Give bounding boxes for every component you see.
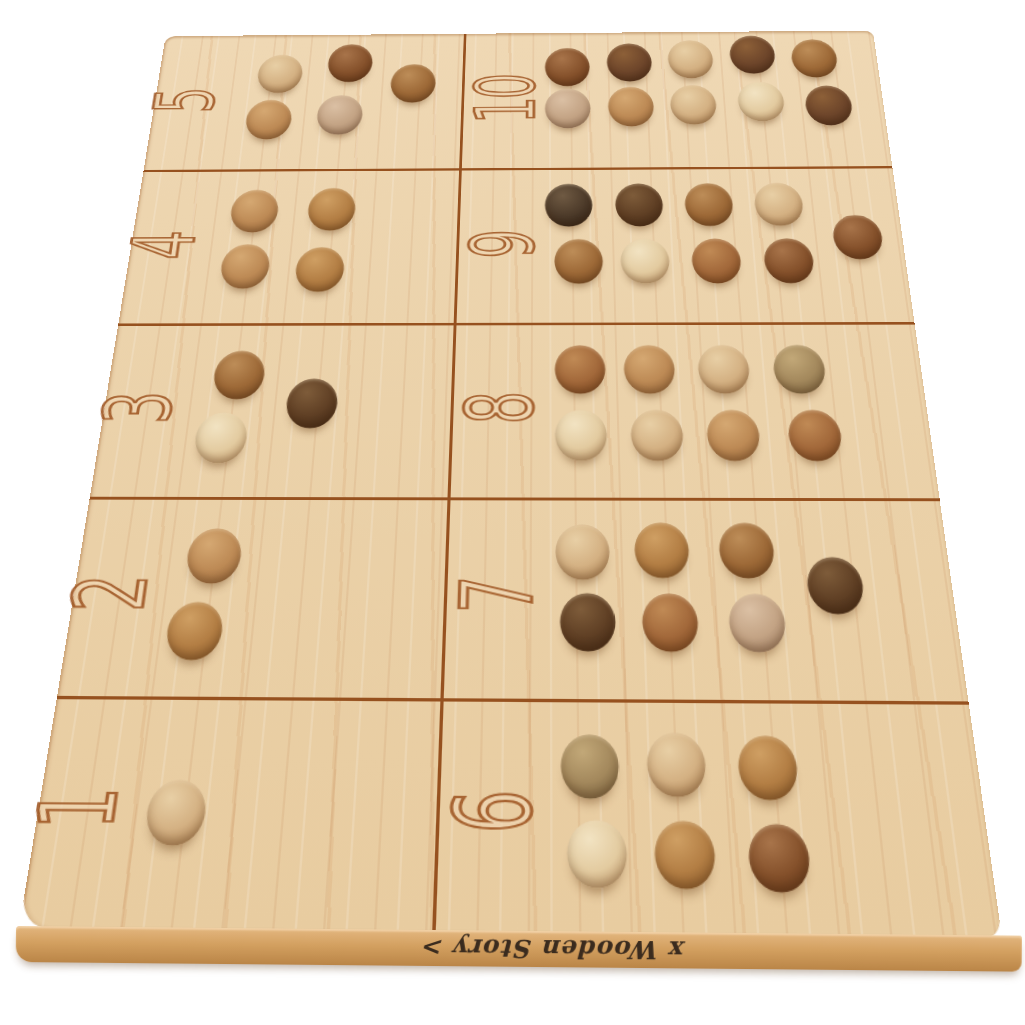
engraved-number-10: 10 (457, 75, 552, 124)
wooden-ball-taupe[interactable] (727, 594, 787, 653)
cell-3[interactable]: 3 (89, 325, 453, 500)
wooden-ball-darkbrown[interactable] (803, 85, 854, 125)
wooden-ball-lighttan[interactable] (670, 85, 718, 125)
wooden-ball-tan[interactable] (218, 244, 271, 289)
wooden-ball-darkred[interactable] (545, 48, 590, 86)
wooden-ball-taupe[interactable] (545, 88, 591, 128)
engraved-number-1: 1 (14, 789, 141, 830)
wooden-ball-taupe[interactable] (316, 95, 364, 135)
wooden-ball-lighttan[interactable] (555, 524, 610, 579)
wooden-ball-walnut[interactable] (560, 593, 616, 651)
cell-8[interactable]: 8 (447, 324, 940, 501)
wooden-ball-lighttan[interactable] (646, 732, 707, 797)
cell-10[interactable]: 10 (459, 31, 893, 171)
cell-2[interactable]: 2 (57, 500, 447, 701)
wooden-ball-black[interactable] (545, 184, 593, 227)
engraved-number-5: 5 (137, 89, 234, 113)
wooden-ball-walnut[interactable] (614, 184, 663, 227)
engraved-number-7: 7 (439, 578, 554, 613)
wooden-ball-brown[interactable] (684, 183, 734, 226)
cell-4[interactable]: 4 (118, 171, 459, 326)
wooden-ball-tan[interactable] (706, 410, 761, 461)
engraved-number-2: 2 (51, 577, 169, 612)
wooden-ball-lighttan[interactable] (753, 183, 805, 226)
wooden-ball-darkred[interactable] (831, 215, 885, 259)
wooden-ball-redbrown[interactable] (787, 410, 844, 461)
wooden-ball-walnut[interactable] (805, 557, 866, 614)
wooden-ball-tan[interactable] (624, 345, 676, 394)
engraved-number-6: 6 (431, 793, 555, 835)
wooden-ball-walnut[interactable] (284, 379, 339, 428)
wooden-ball-golden[interactable] (307, 188, 357, 231)
wooden-ball-darkbrown[interactable] (606, 43, 652, 81)
photo-stage: 54321109876 x Wooden Story > (0, 0, 1025, 1025)
cell-7[interactable]: 7 (440, 500, 969, 704)
wooden-ball-lighttan[interactable] (667, 40, 714, 78)
engraved-number-9: 9 (452, 231, 553, 258)
wooden-ball-golden[interactable] (634, 522, 690, 578)
wooden-ball-lighttan[interactable] (630, 410, 684, 461)
cell-6[interactable]: 6 (432, 701, 1002, 939)
engraved-number-4: 4 (112, 232, 215, 259)
wooden-ball-brown[interactable] (389, 64, 436, 103)
brand-engraving: x Wooden Story > (368, 929, 740, 969)
wooden-ball-darkbrown[interactable] (728, 36, 776, 74)
wooden-ball-tan[interactable] (185, 529, 245, 584)
wooden-ball-cream[interactable] (555, 410, 607, 461)
wooden-ball-cream[interactable] (193, 413, 250, 464)
cell-9[interactable]: 9 (453, 169, 914, 326)
wooden-ball-darkred[interactable] (762, 238, 815, 283)
wooden-ball-lighttan[interactable] (256, 55, 304, 93)
wooden-ball-brown[interactable] (211, 351, 266, 399)
cell-1[interactable]: 1 (19, 699, 440, 933)
wooden-ball-tan[interactable] (229, 190, 281, 233)
wooden-ball-golden[interactable] (164, 602, 225, 660)
wooden-ball-cream[interactable] (567, 820, 628, 888)
wooden-ball-lighttan[interactable] (697, 345, 751, 394)
engraved-number-8: 8 (446, 393, 553, 424)
cell-5[interactable]: 5 (143, 34, 463, 173)
wooden-ball-cream[interactable] (736, 82, 785, 122)
wooden-ball-brown[interactable] (554, 239, 603, 284)
wooden-ball-redbrown[interactable] (555, 345, 606, 393)
wooden-ball-redbrown[interactable] (641, 594, 699, 652)
wooden-ball-olive[interactable] (561, 734, 620, 798)
wooden-ball-cream[interactable] (620, 238, 670, 283)
wooden-ball-golden[interactable] (736, 735, 799, 800)
wooden-ball-darkred[interactable] (747, 824, 812, 893)
wooden-ball-brown[interactable] (790, 39, 839, 77)
counting-board: 54321109876 (19, 31, 1002, 940)
wooden-ball-darkred[interactable] (327, 44, 374, 82)
wooden-ball-tan[interactable] (244, 100, 294, 140)
wooden-ball-brown[interactable] (718, 523, 776, 579)
wooden-ball-redbrown[interactable] (691, 238, 743, 283)
wooden-ball-tan[interactable] (608, 87, 655, 127)
wooden-ball-lighttan[interactable] (143, 780, 209, 846)
wooden-ball-golden[interactable] (654, 821, 717, 890)
wooden-ball-olive[interactable] (771, 345, 826, 394)
wooden-ball-golden[interactable] (294, 247, 346, 292)
perspective-wrapper: 54321109876 (0, 0, 1025, 1025)
engraved-number-3: 3 (84, 394, 194, 424)
